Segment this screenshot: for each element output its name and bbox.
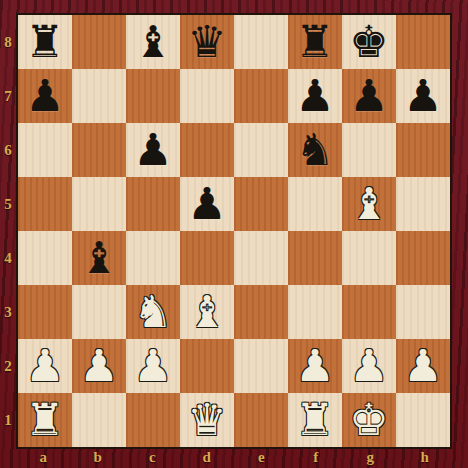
rank-labels: 8 7 6 5 4 3 2 1 xyxy=(0,15,16,447)
white-pawn-piece: ♟ xyxy=(25,339,64,393)
square-b8[interactable] xyxy=(72,15,126,69)
black-pawn-piece: ♟ xyxy=(133,123,172,177)
file-label-c: c xyxy=(125,447,180,467)
white-queen-piece: ♛ xyxy=(187,393,226,447)
file-label-a: a xyxy=(16,447,71,467)
white-rook-piece: ♜ xyxy=(295,393,334,447)
square-h6[interactable] xyxy=(396,123,450,177)
square-b1[interactable] xyxy=(72,393,126,447)
square-e6[interactable] xyxy=(234,123,288,177)
rank-label-2: 2 xyxy=(0,339,16,393)
square-b5[interactable] xyxy=(72,177,126,231)
square-h2[interactable]: ♟ xyxy=(396,339,450,393)
square-g1[interactable]: ♚ xyxy=(342,393,396,447)
square-b4[interactable]: ♝ xyxy=(72,231,126,285)
square-h3[interactable] xyxy=(396,285,450,339)
square-b6[interactable] xyxy=(72,123,126,177)
square-a2[interactable]: ♟ xyxy=(18,339,72,393)
white-knight-piece: ♞ xyxy=(133,285,172,339)
black-king-piece: ♚ xyxy=(349,15,388,69)
file-label-e: e xyxy=(234,447,289,467)
square-e4[interactable] xyxy=(234,231,288,285)
black-pawn-piece: ♟ xyxy=(349,69,388,123)
square-f7[interactable]: ♟ xyxy=(288,69,342,123)
square-g2[interactable]: ♟ xyxy=(342,339,396,393)
square-a5[interactable] xyxy=(18,177,72,231)
black-bishop-piece: ♝ xyxy=(133,15,172,69)
white-king-piece: ♚ xyxy=(349,393,388,447)
square-h4[interactable] xyxy=(396,231,450,285)
rank-label-6: 6 xyxy=(0,123,16,177)
square-g4[interactable] xyxy=(342,231,396,285)
square-b3[interactable] xyxy=(72,285,126,339)
white-bishop-piece: ♝ xyxy=(187,285,226,339)
white-pawn-piece: ♟ xyxy=(133,339,172,393)
white-pawn-piece: ♟ xyxy=(295,339,334,393)
black-pawn-piece: ♟ xyxy=(25,69,64,123)
square-g6[interactable] xyxy=(342,123,396,177)
square-f4[interactable] xyxy=(288,231,342,285)
square-d3[interactable]: ♝ xyxy=(180,285,234,339)
square-d6[interactable] xyxy=(180,123,234,177)
file-labels: a b c d e f g h xyxy=(16,447,452,467)
square-e3[interactable] xyxy=(234,285,288,339)
square-f3[interactable] xyxy=(288,285,342,339)
black-rook-piece: ♜ xyxy=(25,15,64,69)
black-pawn-piece: ♟ xyxy=(403,69,442,123)
white-pawn-piece: ♟ xyxy=(403,339,442,393)
square-e1[interactable] xyxy=(234,393,288,447)
square-c8[interactable]: ♝ xyxy=(126,15,180,69)
square-b7[interactable] xyxy=(72,69,126,123)
white-pawn-piece: ♟ xyxy=(349,339,388,393)
square-f8[interactable]: ♜ xyxy=(288,15,342,69)
square-h7[interactable]: ♟ xyxy=(396,69,450,123)
rank-label-4: 4 xyxy=(0,231,16,285)
square-a8[interactable]: ♜ xyxy=(18,15,72,69)
square-f2[interactable]: ♟ xyxy=(288,339,342,393)
square-e8[interactable] xyxy=(234,15,288,69)
rank-label-3: 3 xyxy=(0,285,16,339)
file-label-g: g xyxy=(343,447,398,467)
rank-label-8: 8 xyxy=(0,15,16,69)
square-g8[interactable]: ♚ xyxy=(342,15,396,69)
square-a1[interactable]: ♜ xyxy=(18,393,72,447)
square-c2[interactable]: ♟ xyxy=(126,339,180,393)
file-label-d: d xyxy=(180,447,235,467)
black-pawn-piece: ♟ xyxy=(295,69,334,123)
square-a6[interactable] xyxy=(18,123,72,177)
square-a4[interactable] xyxy=(18,231,72,285)
white-rook-piece: ♜ xyxy=(25,393,64,447)
square-h1[interactable] xyxy=(396,393,450,447)
rank-label-7: 7 xyxy=(0,69,16,123)
square-c1[interactable] xyxy=(126,393,180,447)
square-d5[interactable]: ♟ xyxy=(180,177,234,231)
square-c6[interactable]: ♟ xyxy=(126,123,180,177)
square-e2[interactable] xyxy=(234,339,288,393)
square-g5[interactable]: ♝ xyxy=(342,177,396,231)
square-d7[interactable] xyxy=(180,69,234,123)
black-pawn-piece: ♟ xyxy=(187,177,226,231)
black-bishop-piece: ♝ xyxy=(79,231,118,285)
square-a3[interactable] xyxy=(18,285,72,339)
square-e5[interactable] xyxy=(234,177,288,231)
square-f1[interactable]: ♜ xyxy=(288,393,342,447)
file-label-f: f xyxy=(289,447,344,467)
square-g3[interactable] xyxy=(342,285,396,339)
black-queen-piece: ♛ xyxy=(187,15,226,69)
square-d8[interactable]: ♛ xyxy=(180,15,234,69)
square-c5[interactable] xyxy=(126,177,180,231)
file-label-b: b xyxy=(71,447,126,467)
square-c7[interactable] xyxy=(126,69,180,123)
square-d2[interactable] xyxy=(180,339,234,393)
rank-label-1: 1 xyxy=(0,393,16,447)
chess-board: ♜♝♛♜♚♟♟♟♟♟♞♟♝♝♞♝♟♟♟♟♟♟♜♛♜♚ xyxy=(16,13,452,449)
square-c3[interactable]: ♞ xyxy=(126,285,180,339)
white-bishop-piece: ♝ xyxy=(349,177,388,231)
square-g7[interactable]: ♟ xyxy=(342,69,396,123)
white-pawn-piece: ♟ xyxy=(79,339,118,393)
square-h5[interactable] xyxy=(396,177,450,231)
black-knight-piece: ♞ xyxy=(295,123,334,177)
square-f6[interactable]: ♞ xyxy=(288,123,342,177)
square-d1[interactable]: ♛ xyxy=(180,393,234,447)
board-frame: 8 7 6 5 4 3 2 1 ♜♝♛♜♚♟♟♟♟♟♞♟♝♝♞♝♟♟♟♟♟♟♜♛… xyxy=(0,0,468,468)
square-d4[interactable] xyxy=(180,231,234,285)
square-b2[interactable]: ♟ xyxy=(72,339,126,393)
file-label-h: h xyxy=(398,447,453,467)
square-c4[interactable] xyxy=(126,231,180,285)
square-f5[interactable] xyxy=(288,177,342,231)
square-a7[interactable]: ♟ xyxy=(18,69,72,123)
black-rook-piece: ♜ xyxy=(295,15,334,69)
square-h8[interactable] xyxy=(396,15,450,69)
rank-label-5: 5 xyxy=(0,177,16,231)
square-e7[interactable] xyxy=(234,69,288,123)
